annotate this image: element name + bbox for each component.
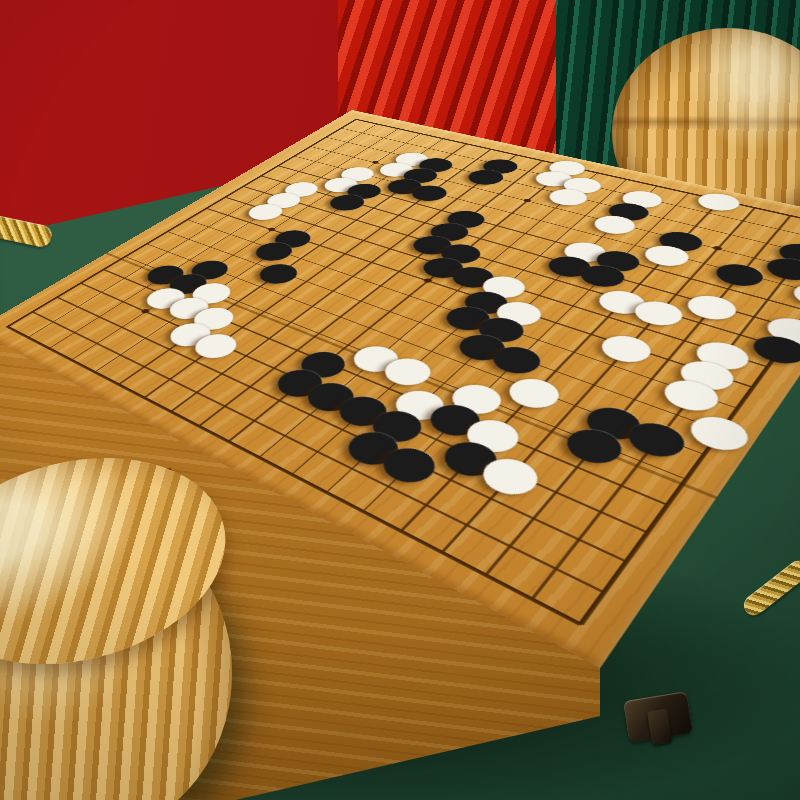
- white-stone[interactable]: ●: [695, 189, 745, 211]
- go-photo-scene: ●●●●●●●●●●●●●●●●●●●●●●●●●●●●●●●●●●●●●●●●…: [0, 0, 800, 800]
- black-stone[interactable]: ●: [713, 259, 769, 287]
- black-stone[interactable]: ●: [562, 421, 630, 465]
- white-stone[interactable]: ●: [631, 295, 689, 326]
- white-stone[interactable]: ●: [591, 212, 641, 235]
- white-stone[interactable]: ●: [598, 329, 659, 363]
